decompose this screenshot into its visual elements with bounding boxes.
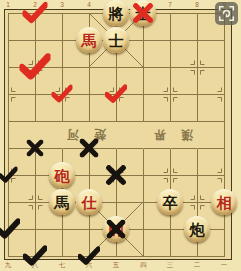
file-label-bottom: 七: [59, 261, 66, 268]
file-label-bottom: 三: [167, 261, 174, 268]
board-cell: [9, 203, 36, 230]
river-text-right: 漢界: [139, 126, 193, 143]
board-cell: [198, 41, 225, 68]
file-label-bottom: 九: [5, 261, 12, 268]
board-cell: [144, 230, 171, 257]
board-cell: [90, 95, 117, 122]
file-label-top: 1: [6, 1, 10, 8]
board-cell: [117, 95, 144, 122]
file-label-bottom: 二: [194, 261, 201, 268]
board-cell: [117, 149, 144, 176]
piece-glyph: 卒: [163, 194, 178, 209]
piece-red-elephant[interactable]: 相: [211, 189, 237, 215]
piece-glyph: 士: [109, 32, 124, 47]
piece-black-cannon[interactable]: 炮: [184, 216, 210, 242]
file-label-top: 7: [168, 1, 172, 8]
piece-black-general[interactable]: 將: [103, 0, 129, 26]
board-cell: [198, 149, 225, 176]
board-cell: [9, 230, 36, 257]
xiangqi-board: 楚河 漢界 123456789 九八七六五四三二一 將士馬士砲馬仕卒相帥炮: [0, 0, 241, 271]
board-cell: [9, 14, 36, 41]
board-cell: [171, 14, 198, 41]
piece-glyph: 仕: [82, 194, 97, 209]
board-cell: [198, 95, 225, 122]
board-cell: [9, 95, 36, 122]
board-cell: [171, 95, 198, 122]
piece-glyph: 馬: [55, 194, 70, 209]
board-cell: [171, 41, 198, 68]
board-cell: [171, 68, 198, 95]
river-text-left: 楚河: [52, 126, 106, 143]
board-cell: [144, 149, 171, 176]
piece-glyph: 將: [109, 5, 124, 20]
file-label-top: 3: [60, 1, 64, 8]
board-cell: [144, 95, 171, 122]
piece-black-advisor[interactable]: 士: [130, 0, 156, 26]
file-label-top: 2: [33, 1, 37, 8]
piece-red-advisor[interactable]: 仕: [76, 189, 102, 215]
file-label-bottom: 一: [221, 261, 228, 268]
board-cell: [36, 41, 63, 68]
board-cell: [9, 122, 36, 149]
fullscreen-icon: [218, 5, 235, 22]
piece-red-general[interactable]: 帥: [103, 216, 129, 242]
board-cell: [63, 68, 90, 95]
board-cell: [36, 14, 63, 41]
piece-glyph: 炮: [190, 221, 205, 236]
board-cell: [36, 68, 63, 95]
file-label-bottom: 四: [140, 261, 147, 268]
board-cell: [171, 149, 198, 176]
board-cell: [90, 149, 117, 176]
board-cell: [198, 68, 225, 95]
board-cell: [9, 176, 36, 203]
piece-black-advisor[interactable]: 士: [103, 27, 129, 53]
board-cell: [198, 122, 225, 149]
piece-glyph: 帥: [109, 221, 124, 236]
board-cell: [63, 95, 90, 122]
piece-glyph: 相: [217, 194, 232, 209]
board-cell: [36, 230, 63, 257]
file-label-top: 8: [195, 1, 199, 8]
piece-red-horse[interactable]: 馬: [76, 27, 102, 53]
piece-black-horse[interactable]: 馬: [49, 189, 75, 215]
file-label-top: 4: [87, 1, 91, 8]
file-label-bottom: 五: [113, 261, 120, 268]
piece-glyph: 砲: [55, 167, 70, 182]
board-cell: [144, 41, 171, 68]
board-cell: [9, 41, 36, 68]
board-cell: [117, 176, 144, 203]
piece-glyph: 士: [136, 5, 151, 20]
board-cell: [9, 68, 36, 95]
piece-glyph: 馬: [82, 32, 97, 47]
piece-black-soldier[interactable]: 卒: [157, 189, 183, 215]
board-cell: [144, 68, 171, 95]
board-cell: [117, 68, 144, 95]
xiangqi-app: 楚河 漢界 123456789 九八七六五四三二一 將士馬士砲馬仕卒相帥炮: [0, 0, 241, 271]
file-label-bottom: 六: [86, 261, 93, 268]
piece-red-cannon[interactable]: 砲: [49, 162, 75, 188]
file-label-bottom: 八: [32, 261, 39, 268]
fullscreen-button[interactable]: [215, 2, 238, 25]
board-cell: [90, 68, 117, 95]
board-cell: [63, 230, 90, 257]
board-cell: [9, 149, 36, 176]
board-cell: [36, 95, 63, 122]
